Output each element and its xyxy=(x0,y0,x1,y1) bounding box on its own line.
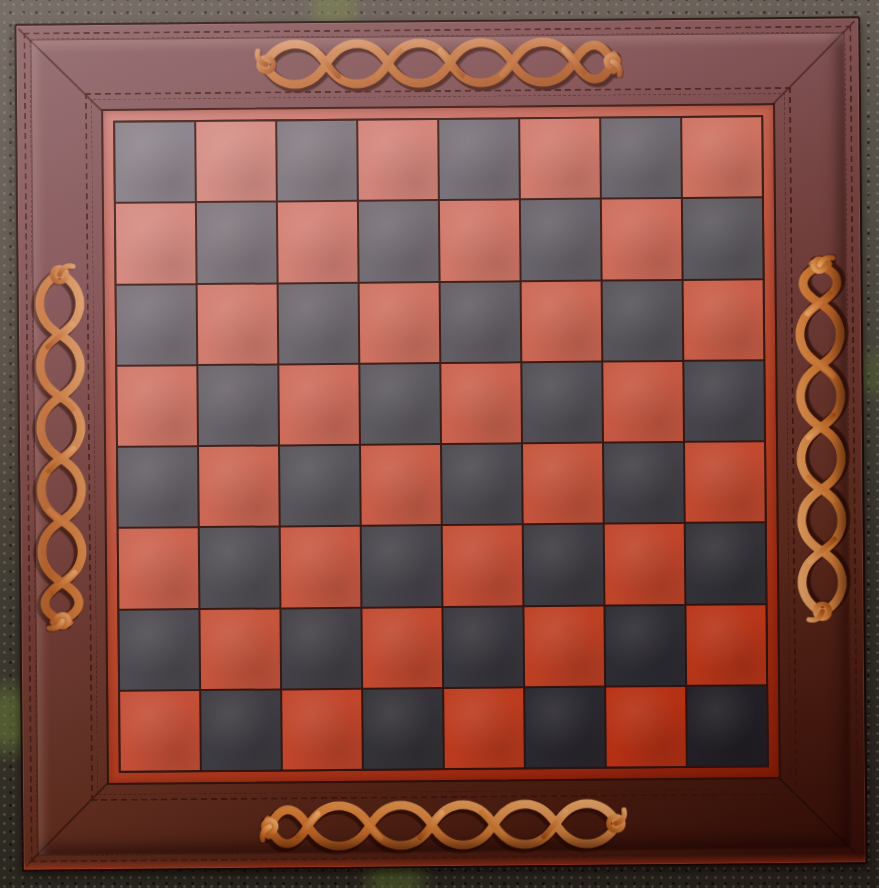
square-c1[interactable] xyxy=(282,689,362,769)
square-a4[interactable] xyxy=(118,447,198,527)
square-d2[interactable] xyxy=(362,608,442,688)
square-f1[interactable] xyxy=(525,687,605,767)
square-b8[interactable] xyxy=(196,121,276,201)
square-g8[interactable] xyxy=(601,118,681,198)
square-e5[interactable] xyxy=(441,363,521,443)
celtic-knotwork-bottom xyxy=(254,792,635,857)
square-a1[interactable] xyxy=(120,691,200,771)
square-f6[interactable] xyxy=(522,281,602,361)
square-e6[interactable] xyxy=(441,282,521,362)
square-c5[interactable] xyxy=(279,364,359,444)
mitre-seam-top-left xyxy=(18,28,106,115)
square-d5[interactable] xyxy=(360,364,440,444)
square-c4[interactable] xyxy=(280,446,360,526)
square-a6[interactable] xyxy=(117,285,197,365)
square-g2[interactable] xyxy=(605,605,685,685)
photo-background xyxy=(0,0,879,888)
mitre-seam-bottom-left xyxy=(25,779,112,867)
square-b4[interactable] xyxy=(199,446,279,526)
celtic-knotwork-left xyxy=(28,256,93,637)
square-b7[interactable] xyxy=(197,203,277,283)
board-inner-margin xyxy=(101,103,781,785)
square-b6[interactable] xyxy=(198,284,278,364)
square-f8[interactable] xyxy=(520,119,600,199)
mitre-seam-bottom-right xyxy=(774,773,862,860)
square-h7[interactable] xyxy=(683,198,763,278)
square-a2[interactable] xyxy=(119,610,199,690)
square-a3[interactable] xyxy=(119,528,199,608)
square-b3[interactable] xyxy=(200,528,280,608)
board-grid xyxy=(113,115,769,773)
square-f2[interactable] xyxy=(524,606,604,686)
square-e2[interactable] xyxy=(443,607,523,687)
square-d8[interactable] xyxy=(358,120,438,200)
square-c3[interactable] xyxy=(281,527,361,607)
square-h8[interactable] xyxy=(682,117,762,197)
square-d1[interactable] xyxy=(363,689,443,769)
square-c7[interactable] xyxy=(278,202,358,282)
square-e8[interactable] xyxy=(439,119,519,199)
chessboard xyxy=(14,16,867,871)
square-h3[interactable] xyxy=(686,523,766,603)
square-d4[interactable] xyxy=(361,445,441,525)
square-d3[interactable] xyxy=(362,526,442,606)
bottom-rim-light xyxy=(24,853,866,869)
square-f3[interactable] xyxy=(524,525,604,605)
square-b2[interactable] xyxy=(200,609,280,689)
square-f4[interactable] xyxy=(523,444,603,524)
square-g5[interactable] xyxy=(603,362,683,442)
square-g7[interactable] xyxy=(602,199,682,279)
square-a5[interactable] xyxy=(117,366,197,446)
square-g3[interactable] xyxy=(605,524,685,604)
square-c8[interactable] xyxy=(277,121,357,201)
square-d6[interactable] xyxy=(360,283,440,363)
square-c2[interactable] xyxy=(281,608,361,688)
square-g6[interactable] xyxy=(603,280,683,360)
square-b1[interactable] xyxy=(201,690,281,770)
square-a7[interactable] xyxy=(116,203,196,283)
square-e1[interactable] xyxy=(444,688,524,768)
celtic-knotwork-right xyxy=(788,249,853,630)
square-g1[interactable] xyxy=(606,687,686,767)
square-c6[interactable] xyxy=(279,283,359,363)
square-f7[interactable] xyxy=(521,200,601,280)
square-g4[interactable] xyxy=(604,443,684,523)
square-h4[interactable] xyxy=(685,442,765,522)
square-f5[interactable] xyxy=(522,362,602,442)
square-h6[interactable] xyxy=(684,280,764,360)
square-h1[interactable] xyxy=(687,686,767,766)
square-e3[interactable] xyxy=(443,526,523,606)
celtic-knotwork-top xyxy=(247,30,628,95)
square-b5[interactable] xyxy=(198,365,278,445)
square-e7[interactable] xyxy=(440,201,520,281)
square-d7[interactable] xyxy=(359,201,439,281)
square-h2[interactable] xyxy=(686,605,766,685)
mitre-seam-top-right xyxy=(768,21,855,109)
square-e4[interactable] xyxy=(442,444,522,524)
square-h5[interactable] xyxy=(684,361,764,441)
square-a8[interactable] xyxy=(115,122,195,202)
